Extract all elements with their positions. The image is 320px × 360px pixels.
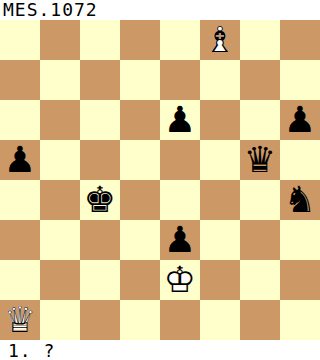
square-a8[interactable] [0,20,40,60]
white-king: ♚♔ [164,260,196,300]
square-g6[interactable] [240,100,280,140]
black-pawn: ♟ [164,220,196,260]
square-h3[interactable] [280,220,320,260]
square-g4[interactable] [240,180,280,220]
black-knight: ♞ [284,180,316,220]
square-h2[interactable] [280,260,320,300]
black-pawn: ♟ [4,140,36,180]
square-g2[interactable] [240,260,280,300]
square-e8[interactable] [160,20,200,60]
square-e2[interactable]: ♚♔ [160,260,200,300]
square-g8[interactable] [240,20,280,60]
puzzle-title: MES.1072 [0,0,320,20]
square-c6[interactable] [80,100,120,140]
white-bishop: ♝♗ [204,20,236,60]
square-b1[interactable] [40,300,80,340]
square-c1[interactable] [80,300,120,340]
square-a1[interactable]: ♛♕ [0,300,40,340]
square-f1[interactable] [200,300,240,340]
square-a4[interactable] [0,180,40,220]
square-b7[interactable] [40,60,80,100]
square-a2[interactable] [0,260,40,300]
square-f2[interactable] [200,260,240,300]
black-queen: ♛ [244,140,276,180]
black-pawn: ♟ [284,100,316,140]
square-b5[interactable] [40,140,80,180]
square-f7[interactable] [200,60,240,100]
square-h5[interactable] [280,140,320,180]
square-f6[interactable] [200,100,240,140]
square-d2[interactable] [120,260,160,300]
square-d8[interactable] [120,20,160,60]
square-d5[interactable] [120,140,160,180]
square-b8[interactable] [40,20,80,60]
square-h4[interactable]: ♞ [280,180,320,220]
square-e5[interactable] [160,140,200,180]
black-king: ♚ [84,180,116,220]
square-d3[interactable] [120,220,160,260]
square-d1[interactable] [120,300,160,340]
square-f3[interactable] [200,220,240,260]
square-c3[interactable] [80,220,120,260]
move-prompt: 1. ? [0,340,320,360]
chess-board: ♝♗♟♟♟♛♚♞♟♚♔♛♕ [0,20,320,340]
square-h1[interactable] [280,300,320,340]
square-c5[interactable] [80,140,120,180]
square-d4[interactable] [120,180,160,220]
square-c4[interactable]: ♚ [80,180,120,220]
square-a5[interactable]: ♟ [0,140,40,180]
square-e1[interactable] [160,300,200,340]
square-g1[interactable] [240,300,280,340]
square-h8[interactable] [280,20,320,60]
square-e6[interactable]: ♟ [160,100,200,140]
square-f4[interactable] [200,180,240,220]
white-queen: ♛♕ [4,300,36,340]
square-b4[interactable] [40,180,80,220]
square-a3[interactable] [0,220,40,260]
square-d7[interactable] [120,60,160,100]
square-h6[interactable]: ♟ [280,100,320,140]
square-g7[interactable] [240,60,280,100]
square-g5[interactable]: ♛ [240,140,280,180]
square-h7[interactable] [280,60,320,100]
square-a7[interactable] [0,60,40,100]
square-e7[interactable] [160,60,200,100]
square-b3[interactable] [40,220,80,260]
square-e3[interactable]: ♟ [160,220,200,260]
square-b2[interactable] [40,260,80,300]
square-c2[interactable] [80,260,120,300]
square-c7[interactable] [80,60,120,100]
square-c8[interactable] [80,20,120,60]
black-pawn: ♟ [164,100,196,140]
square-a6[interactable] [0,100,40,140]
square-d6[interactable] [120,100,160,140]
square-e4[interactable] [160,180,200,220]
square-g3[interactable] [240,220,280,260]
square-f5[interactable] [200,140,240,180]
square-f8[interactable]: ♝♗ [200,20,240,60]
square-b6[interactable] [40,100,80,140]
